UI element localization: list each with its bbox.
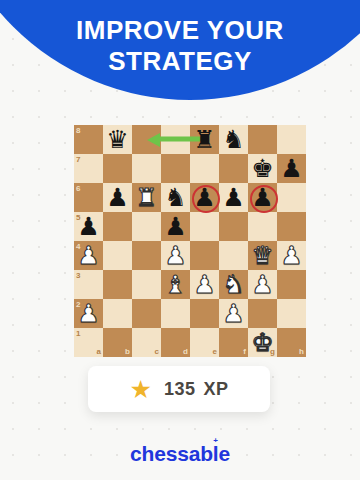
square-f6: ♟ [219,183,248,212]
black-pawn-e6: ♟ [190,183,219,212]
headline-line1: IMPROVE YOUR [0,15,360,46]
square-b3 [103,270,132,299]
square-f2: ♟ [219,299,248,328]
file-label-c: c [155,348,159,356]
square-g4: ♛ [248,241,277,270]
file-label-e: e [213,348,217,356]
file-label-a: a [97,348,101,356]
rank-label-6: 6 [76,185,80,193]
square-b5 [103,212,132,241]
square-a5: 5♟ [74,212,103,241]
move-arrow-head [147,133,160,147]
chess-board: 8♛♜♞7♚♟6♟♜♞♟♟♟5♟♟4♟♟♛♟3♝♟♞♟2♟♟1abcdefg♚h [74,125,306,357]
white-rook-c6: ♜ [132,183,161,212]
black-pawn-b6: ♟ [103,183,132,212]
square-h3 [277,270,306,299]
square-d2 [161,299,190,328]
logo-text-post: e [218,442,229,465]
square-a8: 8 [74,125,103,154]
black-knight-d6: ♞ [161,183,190,212]
file-label-f: f [243,348,246,356]
square-d4: ♟ [161,241,190,270]
square-d1: d [161,328,190,357]
square-f3: ♞ [219,270,248,299]
square-h1: h [277,328,306,357]
square-e2 [190,299,219,328]
black-queen-b8: ♛ [103,125,132,154]
square-b4 [103,241,132,270]
square-g7: ♚ [248,154,277,183]
square-g3: ♟ [248,270,277,299]
black-pawn-d5: ♟ [161,212,190,241]
square-b2 [103,299,132,328]
black-rook-e8: ♜ [190,125,219,154]
file-label-b: b [125,348,130,356]
rank-label-3: 3 [76,272,80,280]
white-bishop-d3: ♝ [161,270,190,299]
logo-l-letter: l [213,442,219,465]
xp-value: 135 [164,379,196,400]
square-d6: ♞ [161,183,190,212]
black-pawn-g6: ♟ [248,183,277,212]
xp-label: XP [203,379,228,400]
square-f4 [219,241,248,270]
rank-label-1: 1 [76,330,80,338]
square-a3: 3 [74,270,103,299]
chessable-logo: chessab+le [0,442,360,466]
square-c2 [132,299,161,328]
white-pawn-f2: ♟ [219,299,248,328]
square-a1: 1a [74,328,103,357]
square-d3: ♝ [161,270,190,299]
square-c5 [132,212,161,241]
square-a7: 7 [74,154,103,183]
black-king-g7: ♚ [248,154,277,183]
square-h8 [277,125,306,154]
square-d7 [161,154,190,183]
white-pawn-e3: ♟ [190,270,219,299]
white-pawn-a2: ♟ [74,299,103,328]
white-king-g1: ♚ [248,328,277,357]
square-d5: ♟ [161,212,190,241]
square-f5 [219,212,248,241]
square-b6: ♟ [103,183,132,212]
white-pawn-g3: ♟ [248,270,277,299]
square-e6: ♟ [190,183,219,212]
file-label-d: d [183,348,188,356]
black-pawn-a5: ♟ [74,212,103,241]
square-b7 [103,154,132,183]
square-a6: 6 [74,183,103,212]
square-g5 [248,212,277,241]
black-pawn-f6: ♟ [219,183,248,212]
king-cross-icon: + [213,437,217,445]
white-pawn-d4: ♟ [161,241,190,270]
square-h5 [277,212,306,241]
square-h6 [277,183,306,212]
square-f1: f [219,328,248,357]
square-g1: g♚ [248,328,277,357]
headline-line2: STRATEGY [0,46,360,77]
star-icon: ★ [130,377,152,402]
headline: IMPROVE YOUR STRATEGY [0,15,360,77]
square-c7 [132,154,161,183]
rank-label-8: 8 [76,127,80,135]
square-c6: ♜ [132,183,161,212]
square-a2: 2♟ [74,299,103,328]
square-a4: 4♟ [74,241,103,270]
square-c1: c [132,328,161,357]
square-f8: ♞ [219,125,248,154]
square-g2 [248,299,277,328]
square-e8: ♜ [190,125,219,154]
rank-label-7: 7 [76,156,80,164]
square-g8 [248,125,277,154]
app-screen: IMPROVE YOUR STRATEGY 8♛♜♞7♚♟6♟♜♞♟♟♟5♟♟4… [0,0,360,480]
square-h2 [277,299,306,328]
white-pawn-a4: ♟ [74,241,103,270]
square-e4 [190,241,219,270]
xp-badge: ★ 135 XP [88,366,270,412]
white-pawn-h4: ♟ [277,241,306,270]
square-e1: e [190,328,219,357]
file-label-h: h [299,348,304,356]
square-b1: b [103,328,132,357]
logo-text-pre: chessab [130,442,213,465]
square-c3 [132,270,161,299]
square-g6: ♟ [248,183,277,212]
black-pawn-h7: ♟ [277,154,306,183]
black-knight-f8: ♞ [219,125,248,154]
square-c4 [132,241,161,270]
square-e3: ♟ [190,270,219,299]
white-queen-g4: ♛ [248,241,277,270]
square-e5 [190,212,219,241]
square-f7 [219,154,248,183]
square-b8: ♛ [103,125,132,154]
square-e7 [190,154,219,183]
square-h4: ♟ [277,241,306,270]
logo-king-l: +l [213,442,219,466]
square-h7: ♟ [277,154,306,183]
white-knight-f3: ♞ [219,270,248,299]
